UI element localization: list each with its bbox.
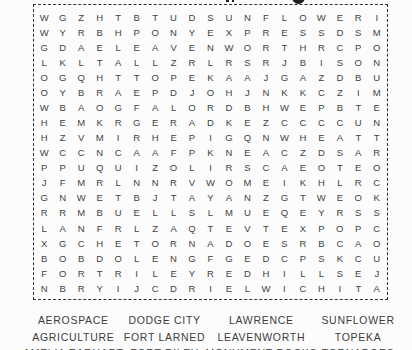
- grid-cell-r18c11: E: [220, 266, 238, 281]
- grid-cell-r19c8: D: [164, 281, 182, 296]
- grid-cell-r2c14: E: [275, 25, 293, 40]
- grid-cell-r8c4: K: [90, 115, 108, 130]
- grid-cell-r2c1: W: [35, 25, 53, 40]
- grid-cell-r15c6: L: [127, 221, 145, 236]
- grid-cell-r1c3: Z: [72, 10, 90, 25]
- grid-cell-r15c10: T: [201, 221, 219, 236]
- grid-cell-r3c5: L: [109, 40, 127, 55]
- grid-cell-r1c15: O: [294, 10, 312, 25]
- grid-cell-r7c4: O: [90, 100, 108, 115]
- grid-cell-r10c1: W: [35, 145, 53, 160]
- grid-cell-r5c9: E: [183, 70, 201, 85]
- grid-cell-r4c14: J: [275, 55, 293, 70]
- grid-cell-r12c6: N: [127, 176, 145, 191]
- grid-cell-r8c8: R: [164, 115, 182, 130]
- grid-cell-r17c9: G: [183, 251, 201, 266]
- grid-cell-r1c5: T: [109, 10, 127, 25]
- grid-cell-r12c7: N: [146, 176, 164, 191]
- word-list-item: LAWRENCE: [205, 312, 317, 329]
- grid-cell-r8c15: C: [294, 115, 312, 130]
- grid-cell-r10c10: K: [201, 145, 219, 160]
- grid-cell-r19c19: A: [368, 281, 386, 296]
- grid-cell-r12c18: R: [349, 176, 367, 191]
- grid-cell-r5c17: D: [331, 70, 349, 85]
- grid-cell-r7c8: L: [164, 100, 182, 115]
- grid-cell-r17c14: C: [275, 251, 293, 266]
- grid-cell-r8c1: H: [35, 115, 53, 130]
- grid-cell-r7c15: E: [294, 100, 312, 115]
- grid-cell-r19c9: R: [183, 281, 201, 296]
- grid-cell-r16c11: D: [220, 236, 238, 251]
- grid-cell-r16c16: B: [312, 236, 330, 251]
- grid-cell-r9c13: N: [257, 130, 275, 145]
- grid-cell-r11c4: Q: [90, 161, 108, 176]
- grid-cell-r16c2: G: [53, 236, 71, 251]
- grid-cell-r14c19: S: [368, 206, 386, 221]
- grid-cell-r15c18: P: [349, 221, 367, 236]
- grid-cell-r3c2: D: [53, 40, 71, 55]
- grid-cell-r9c10: I: [201, 130, 219, 145]
- grid-cell-r6c6: E: [127, 85, 145, 100]
- grid-cell-r4c11: R: [220, 55, 238, 70]
- grid-cell-r15c16: P: [312, 221, 330, 236]
- grid-cell-r5c13: J: [257, 70, 275, 85]
- grid-cell-r13c10: Y: [201, 191, 219, 206]
- grid-cell-r18c12: D: [238, 266, 256, 281]
- grid-cell-r16c10: A: [201, 236, 219, 251]
- grid-cell-r2c7: O: [146, 25, 164, 40]
- grid-cell-r16c1: X: [35, 236, 53, 251]
- word-list-item: FORT LARNED: [124, 329, 206, 346]
- grid-cell-r6c18: I: [349, 85, 367, 100]
- grid-cell-r9c9: P: [183, 130, 201, 145]
- grid-cell-r3c1: G: [35, 40, 53, 55]
- grid-cell-r2c18: S: [349, 25, 367, 40]
- grid-cell-r17c8: N: [164, 251, 182, 266]
- grid-cell-r10c19: R: [368, 145, 386, 160]
- grid-cell-r11c15: E: [294, 161, 312, 176]
- grid-cell-r10c16: D: [312, 145, 330, 160]
- grid-cell-r17c18: C: [349, 251, 367, 266]
- grid-cell-r6c17: Z: [331, 85, 349, 100]
- grid-cell-r1c18: R: [349, 10, 367, 25]
- grid-cell-r12c19: C: [368, 176, 386, 191]
- grid-cell-r9c12: Q: [238, 130, 256, 145]
- grid-cell-r6c9: J: [183, 85, 201, 100]
- grid-cell-r4c15: B: [294, 55, 312, 70]
- grid-cell-r9c16: E: [312, 130, 330, 145]
- grid-cell-r6c12: J: [238, 85, 256, 100]
- grid-cell-r3c14: T: [275, 40, 293, 55]
- grid-cell-r17c5: O: [109, 251, 127, 266]
- grid-cell-r1c13: F: [257, 10, 275, 25]
- grid-cell-r19c1: N: [35, 281, 53, 296]
- grid-cell-r14c12: U: [238, 206, 256, 221]
- grid-cell-r8c11: K: [220, 115, 238, 130]
- grid-cell-r4c6: L: [127, 55, 145, 70]
- grid-cell-r2c3: R: [72, 25, 90, 40]
- grid-cell-r4c3: L: [72, 55, 90, 70]
- grid-cell-r3c17: C: [331, 40, 349, 55]
- grid-cell-r16c17: C: [331, 236, 349, 251]
- grid-cell-r8c18: U: [349, 115, 367, 130]
- grid-cell-r13c4: E: [90, 191, 108, 206]
- grid-cell-r1c8: U: [164, 10, 182, 25]
- grid-cell-r4c12: S: [238, 55, 256, 70]
- grid-cell-r18c16: L: [312, 266, 330, 281]
- grid-cell-r18c8: E: [164, 266, 182, 281]
- grid-cell-r15c4: F: [90, 221, 108, 236]
- grid-cell-r13c12: N: [238, 191, 256, 206]
- grid-cell-r9c15: H: [294, 130, 312, 145]
- grid-cell-r17c7: E: [146, 251, 164, 266]
- word-list: AEROSPACEDODGE CITYLAWRENCESUNFLOWERAGRI…: [23, 312, 399, 350]
- word-list-item: TORNADOES: [317, 345, 399, 350]
- grid-cell-r6c16: C: [312, 85, 330, 100]
- grid-cell-r15c8: A: [164, 221, 182, 236]
- grid-cell-r13c7: J: [146, 191, 164, 206]
- grid-cell-r15c9: Q: [183, 221, 201, 236]
- grid-cell-r2c11: X: [220, 25, 238, 40]
- grid-cell-r2c13: R: [257, 25, 275, 40]
- grid-cell-r2c8: N: [164, 25, 182, 40]
- grid-cell-r8c2: E: [53, 115, 71, 130]
- grid-cell-r16c13: E: [257, 236, 275, 251]
- grid-cell-r6c5: A: [109, 85, 127, 100]
- grid-cell-r12c8: R: [164, 176, 182, 191]
- grid-cell-r13c11: A: [220, 191, 238, 206]
- grid-cell-r12c17: L: [331, 176, 349, 191]
- grid-cell-r5c6: T: [127, 70, 145, 85]
- word-list-item: AGRICULTURE: [23, 329, 124, 346]
- grid-cell-r2c12: P: [238, 25, 256, 40]
- grid-cell-r9c6: R: [127, 130, 145, 145]
- grid-cell-r8c9: A: [183, 115, 201, 130]
- grid-cell-r8c13: Z: [257, 115, 275, 130]
- grid-cell-r16c14: S: [275, 236, 293, 251]
- grid-cell-r6c13: N: [257, 85, 275, 100]
- grid-cell-r9c5: I: [109, 130, 127, 145]
- grid-cell-r1c16: W: [312, 10, 330, 25]
- grid-cell-r16c9: N: [183, 236, 201, 251]
- grid-cell-r18c14: I: [275, 266, 293, 281]
- grid-cell-r14c4: B: [90, 206, 108, 221]
- grid-cell-r8c7: E: [146, 115, 164, 130]
- grid-cell-r14c8: L: [164, 206, 182, 221]
- grid-cell-r4c10: L: [201, 55, 219, 70]
- grid-cell-r13c9: A: [183, 191, 201, 206]
- grid-cell-r9c14: W: [275, 130, 293, 145]
- word-list-item: SUNFLOWER: [317, 312, 399, 329]
- grid-cell-r11c12: S: [238, 161, 256, 176]
- grid-cell-r15c19: C: [368, 221, 386, 236]
- grid-cell-r18c18: E: [349, 266, 367, 281]
- grid-cell-r4c7: L: [146, 55, 164, 70]
- grid-cell-r11c18: E: [349, 161, 367, 176]
- grid-cell-r7c16: P: [312, 100, 330, 115]
- grid-cell-r19c15: C: [294, 281, 312, 296]
- grid-cell-r3c18: P: [349, 40, 367, 55]
- grid-cell-r11c10: I: [201, 161, 219, 176]
- grid-cell-r13c2: N: [53, 191, 71, 206]
- grid-cell-r16c3: C: [72, 236, 90, 251]
- grid-cell-r16c19: O: [368, 236, 386, 251]
- grid-cell-r5c10: K: [201, 70, 219, 85]
- grid-cell-r6c1: O: [35, 85, 53, 100]
- grid-cell-r6c3: B: [72, 85, 90, 100]
- grid-cell-r3c4: E: [90, 40, 108, 55]
- grid-cell-r5c3: Q: [72, 70, 90, 85]
- grid-cell-r18c10: R: [201, 266, 219, 281]
- grid-cell-r4c17: S: [331, 55, 349, 70]
- grid-cell-r12c2: F: [53, 176, 71, 191]
- grid-cell-r19c6: J: [127, 281, 145, 296]
- grid-cell-r12c10: W: [201, 176, 219, 191]
- word-search-board: WGZHTBTUDSUNFLOWERIWYRBHPONYEXPRESSDSMGD…: [33, 4, 388, 300]
- grid-cell-r6c11: H: [220, 85, 238, 100]
- grid-cell-r10c3: C: [72, 145, 90, 160]
- grid-cell-r4c2: K: [53, 55, 71, 70]
- grid-cell-r14c11: M: [220, 206, 238, 221]
- grid-cell-r16c7: O: [146, 236, 164, 251]
- grid-cell-r3c6: E: [127, 40, 145, 55]
- grid-cell-r11c14: A: [275, 161, 293, 176]
- grid-cell-r16c5: E: [109, 236, 127, 251]
- grid-cell-r1c6: B: [127, 10, 145, 25]
- word-list-item: FORT RILEY: [124, 345, 206, 350]
- grid-cell-r17c6: L: [127, 251, 145, 266]
- grid-cell-r7c7: A: [146, 100, 164, 115]
- grid-cell-r10c12: E: [238, 145, 256, 160]
- grid-cell-r19c14: I: [275, 281, 293, 296]
- grid-cell-r5c1: O: [35, 70, 53, 85]
- grid-cell-r18c13: H: [257, 266, 275, 281]
- grid-cell-r3c7: A: [146, 40, 164, 55]
- grid-cell-r10c14: C: [275, 145, 293, 160]
- grid-cell-r14c13: E: [257, 206, 275, 221]
- grid-cell-r10c2: C: [53, 145, 71, 160]
- grid-cell-r6c7: P: [146, 85, 164, 100]
- grid-cell-r13c13: Z: [257, 191, 275, 206]
- grid-cell-r18c9: Y: [183, 266, 201, 281]
- grid-cell-r15c12: V: [238, 221, 256, 236]
- grid-cell-r15c17: O: [331, 221, 349, 236]
- grid-cell-r7c6: F: [127, 100, 145, 115]
- grid-cell-r2c17: D: [331, 25, 349, 40]
- grid-cell-r7c2: B: [53, 100, 71, 115]
- grid-cell-r17c13: D: [257, 251, 275, 266]
- grid-cell-r1c11: U: [220, 10, 238, 25]
- grid-cell-r9c11: G: [220, 130, 238, 145]
- grid-cell-r8c6: G: [127, 115, 145, 130]
- grid-cell-r10c18: A: [349, 145, 367, 160]
- grid-cell-r2c6: P: [127, 25, 145, 40]
- grid-cell-r10c13: A: [257, 145, 275, 160]
- grid-cell-r17c16: S: [312, 251, 330, 266]
- grid-cell-r11c9: L: [183, 161, 201, 176]
- grid-cell-r1c9: D: [183, 10, 201, 25]
- grid-cell-r13c1: G: [35, 191, 53, 206]
- grid-cell-r11c19: O: [368, 161, 386, 176]
- grid-cell-r12c15: K: [294, 176, 312, 191]
- grid-cell-r10c9: P: [183, 145, 201, 160]
- grid-cell-r3c3: A: [72, 40, 90, 55]
- grid-cell-r16c15: R: [294, 236, 312, 251]
- grid-cell-r19c7: C: [146, 281, 164, 296]
- grid-cell-r14c15: E: [294, 206, 312, 221]
- grid-cell-r11c5: U: [109, 161, 127, 176]
- grid-cell-r6c8: D: [164, 85, 182, 100]
- grid-cell-r18c19: J: [368, 266, 386, 281]
- grid-cell-r19c5: I: [109, 281, 127, 296]
- grid-cell-r15c15: X: [294, 221, 312, 236]
- grid-cell-r15c14: E: [275, 221, 293, 236]
- grid-cell-r19c10: I: [201, 281, 219, 296]
- grid-cell-r18c3: R: [72, 266, 90, 281]
- grid-cell-r14c14: Q: [275, 206, 293, 221]
- word-list-item: LEAVENWORTH: [205, 329, 317, 346]
- grid-cell-r13c15: T: [294, 191, 312, 206]
- grid-cell-r2c15: S: [294, 25, 312, 40]
- grid-cell-r8c5: R: [109, 115, 127, 130]
- grid-cell-r9c18: T: [349, 130, 367, 145]
- grid-cell-r18c17: S: [331, 266, 349, 281]
- grid-cell-r17c15: P: [294, 251, 312, 266]
- grid-cell-r4c19: N: [368, 55, 386, 70]
- grid-cell-r5c7: O: [146, 70, 164, 85]
- grid-cell-r13c19: K: [368, 191, 386, 206]
- grid-cell-r1c12: N: [238, 10, 256, 25]
- grid-cell-r8c17: C: [331, 115, 349, 130]
- grid-cell-r12c11: O: [220, 176, 238, 191]
- grid-cell-r5c14: G: [275, 70, 293, 85]
- grid-cell-r12c9: V: [183, 176, 201, 191]
- grid-cell-r2c5: H: [109, 25, 127, 40]
- grid-cell-r9c2: Z: [53, 130, 71, 145]
- grid-cell-r7c17: B: [331, 100, 349, 115]
- grid-cell-r1c14: L: [275, 10, 293, 25]
- grid-cell-r2c19: M: [368, 25, 386, 40]
- grid-cell-r6c14: K: [275, 85, 293, 100]
- grid-cell-r11c6: I: [127, 161, 145, 176]
- grid-cell-r14c10: L: [201, 206, 219, 221]
- grid-cell-r11c8: O: [164, 161, 182, 176]
- grid-cell-r8c14: C: [275, 115, 293, 130]
- grid-cell-r17c1: B: [35, 251, 53, 266]
- grid-cell-r3c8: V: [164, 40, 182, 55]
- grid-cell-r15c11: E: [220, 221, 238, 236]
- grid-cell-r13c16: W: [312, 191, 330, 206]
- grid-cell-r9c17: A: [331, 130, 349, 145]
- grid-cell-r14c6: E: [127, 206, 145, 221]
- grid-cell-r17c2: O: [53, 251, 71, 266]
- grid-cell-r9c1: H: [35, 130, 53, 145]
- grid-cell-r10c6: A: [127, 145, 145, 160]
- grid-cell-r7c14: W: [275, 100, 293, 115]
- grid-cell-r12c4: R: [90, 176, 108, 191]
- grid-cell-r13c6: B: [127, 191, 145, 206]
- grid-cell-r3c10: N: [201, 40, 219, 55]
- grid-cell-r11c1: P: [35, 161, 53, 176]
- grid-cell-r7c13: H: [257, 100, 275, 115]
- grid-cell-r5c18: B: [349, 70, 367, 85]
- grid-cell-r7c11: D: [220, 100, 238, 115]
- grid-cell-r19c17: I: [331, 281, 349, 296]
- grid-cell-r12c5: L: [109, 176, 127, 191]
- grid-cell-r13c5: T: [109, 191, 127, 206]
- grid-cell-r1c7: T: [146, 10, 164, 25]
- grid-cell-r10c4: N: [90, 145, 108, 160]
- grid-cell-r3c9: E: [183, 40, 201, 55]
- grid-cell-r17c4: D: [90, 251, 108, 266]
- grid-cell-r12c12: M: [238, 176, 256, 191]
- grid-cell-r7c18: T: [349, 100, 367, 115]
- grid-cell-r5c4: H: [90, 70, 108, 85]
- grid-cell-r10c15: Z: [294, 145, 312, 160]
- grid-cell-r18c6: I: [127, 266, 145, 281]
- grid-cell-r18c5: R: [109, 266, 127, 281]
- grid-cell-r12c14: I: [275, 176, 293, 191]
- grid-cell-r17c19: U: [368, 251, 386, 266]
- grid-cell-r15c7: Z: [146, 221, 164, 236]
- grid-cell-r11c7: Z: [146, 161, 164, 176]
- grid-cell-r19c11: E: [220, 281, 238, 296]
- grid-cell-r13c14: G: [275, 191, 293, 206]
- grid-cell-r12c16: H: [312, 176, 330, 191]
- grid-cell-r11c2: P: [53, 161, 71, 176]
- grid-cell-r4c16: I: [312, 55, 330, 70]
- grid-cell-r18c7: L: [146, 266, 164, 281]
- word-list-item: DODGE CITY: [124, 312, 206, 329]
- grid-cell-r18c4: T: [90, 266, 108, 281]
- grid-cell-r12c3: M: [72, 176, 90, 191]
- grid-cell-r14c2: R: [53, 206, 71, 221]
- grid-cell-r19c16: H: [312, 281, 330, 296]
- word-list-item: AEROSPACE: [23, 312, 124, 329]
- grid-cell-r15c1: L: [35, 221, 53, 236]
- grid-cell-r4c9: R: [183, 55, 201, 70]
- grid-cell-r10c8: F: [164, 145, 182, 160]
- grid-cell-r11c3: U: [72, 161, 90, 176]
- grid-cell-r8c10: D: [201, 115, 219, 130]
- grid-cell-r13c8: T: [164, 191, 182, 206]
- grid-cell-r6c4: R: [90, 85, 108, 100]
- grid-cell-r15c5: R: [109, 221, 127, 236]
- grid-cell-r2c16: S: [312, 25, 330, 40]
- grid-cell-r14c7: L: [146, 206, 164, 221]
- grid-cell-r3c12: O: [238, 40, 256, 55]
- grid-cell-r9c19: T: [368, 130, 386, 145]
- grid-cell-r3c13: R: [257, 40, 275, 55]
- grid-cell-r17c3: B: [72, 251, 90, 266]
- grid-cell-r4c8: Z: [164, 55, 182, 70]
- grid-cell-r3c19: O: [368, 40, 386, 55]
- grid-cell-r8c19: N: [368, 115, 386, 130]
- grid-cell-r19c3: R: [72, 281, 90, 296]
- grid-cell-r2c4: B: [90, 25, 108, 40]
- grid-cell-r7c1: W: [35, 100, 53, 115]
- grid-cell-r14c16: Y: [312, 206, 330, 221]
- word-list-item: MONUMENT ROCKS: [205, 345, 317, 350]
- grid-cell-r9c3: V: [72, 130, 90, 145]
- grid-cell-r14c1: R: [35, 206, 53, 221]
- word-list-item: AMELIA EARHART: [23, 345, 124, 350]
- grid-cell-r10c11: N: [220, 145, 238, 160]
- grid-cell-r13c18: O: [349, 191, 367, 206]
- grid-cell-r7c3: A: [72, 100, 90, 115]
- grid-cell-r4c13: R: [257, 55, 275, 70]
- grid-cell-r1c10: S: [201, 10, 219, 25]
